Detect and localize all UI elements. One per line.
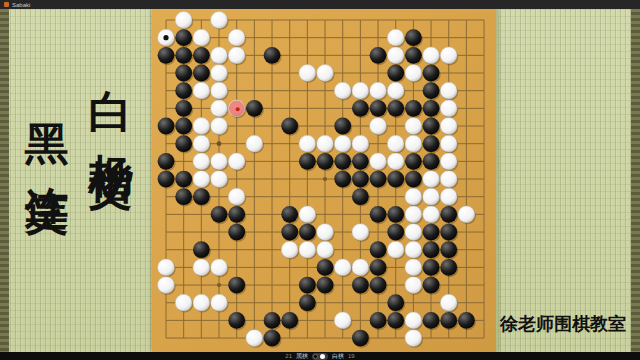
white-stone[interactable] (211, 171, 228, 188)
white-stone[interactable] (405, 224, 422, 241)
white-stone[interactable] (193, 259, 210, 276)
black-stone[interactable] (281, 118, 298, 135)
white-stone[interactable] (370, 82, 387, 99)
black-stone[interactable] (423, 153, 440, 170)
white-stone[interactable] (370, 153, 387, 170)
white-stone[interactable] (211, 118, 228, 135)
black-stone[interactable] (440, 224, 457, 241)
black-stone[interactable] (158, 118, 175, 135)
red-mark-dot (236, 107, 240, 111)
black-stone[interactable] (370, 47, 387, 64)
white-stone[interactable] (211, 82, 228, 99)
black-stone[interactable] (352, 153, 369, 170)
hoshi-point (323, 177, 327, 181)
black-capture-count: 21 (285, 353, 292, 359)
white-stone[interactable] (352, 135, 369, 152)
black-stone[interactable] (175, 65, 192, 82)
classroom-caption: 徐老师围棋教室 (500, 312, 632, 336)
black-stone[interactable] (299, 277, 316, 294)
white-stone[interactable] (387, 135, 404, 152)
white-stone[interactable] (193, 118, 210, 135)
white-stone[interactable] (317, 224, 334, 241)
white-player-banner: 白 杨楷文 (82, 55, 141, 136)
black-stone[interactable] (175, 47, 192, 64)
white-stone[interactable] (175, 12, 192, 29)
black-stone[interactable] (387, 100, 404, 117)
black-stone[interactable] (423, 82, 440, 99)
white-stone[interactable] (334, 312, 351, 329)
black-stone[interactable] (175, 100, 192, 117)
black-stone[interactable] (317, 259, 334, 276)
black-stone[interactable] (458, 312, 475, 329)
go-board-svg (152, 9, 498, 352)
white-stone[interactable] (246, 330, 263, 347)
white-stone-icon (320, 354, 325, 359)
white-stone[interactable] (387, 82, 404, 99)
black-stone[interactable] (299, 294, 316, 311)
black-stone[interactable] (246, 100, 263, 117)
black-stone[interactable] (281, 206, 298, 223)
white-stone[interactable] (387, 153, 404, 170)
black-stone[interactable] (405, 47, 422, 64)
white-stone[interactable] (405, 259, 422, 276)
annotation-dot (217, 141, 222, 146)
black-stone[interactable] (423, 312, 440, 329)
black-stone[interactable] (228, 206, 245, 223)
hoshi-point (217, 283, 221, 287)
white-stone[interactable] (228, 29, 245, 46)
black-stone[interactable] (317, 153, 334, 170)
white-stone[interactable] (193, 153, 210, 170)
white-stone[interactable] (193, 82, 210, 99)
white-stone[interactable] (352, 82, 369, 99)
white-stone[interactable] (440, 153, 457, 170)
black-stone[interactable] (228, 277, 245, 294)
black-stone[interactable] (211, 206, 228, 223)
white-stone[interactable] (334, 82, 351, 99)
black-stone[interactable] (352, 277, 369, 294)
black-stone[interactable] (370, 206, 387, 223)
black-stone[interactable] (423, 259, 440, 276)
black-stone[interactable] (228, 312, 245, 329)
black-label: 黑棋 (296, 353, 308, 359)
white-stone[interactable] (158, 259, 175, 276)
black-stone[interactable] (175, 118, 192, 135)
white-stone[interactable] (440, 82, 457, 99)
black-stone[interactable] (370, 171, 387, 188)
black-stone[interactable] (299, 153, 316, 170)
white-stone[interactable] (281, 241, 298, 258)
black-stone[interactable] (440, 259, 457, 276)
black-stone[interactable] (352, 330, 369, 347)
black-stone[interactable] (193, 241, 210, 258)
window-title: Sabaki (12, 2, 30, 8)
white-stone[interactable] (317, 65, 334, 82)
black-stone[interactable] (370, 277, 387, 294)
black-stone[interactable] (334, 171, 351, 188)
black-stone[interactable] (264, 47, 281, 64)
white-stone[interactable] (193, 29, 210, 46)
white-stone[interactable] (423, 188, 440, 205)
white-stone[interactable] (299, 241, 316, 258)
white-stone[interactable] (405, 65, 422, 82)
app-icon (4, 2, 9, 7)
white-stone[interactable] (405, 241, 422, 258)
white-stone[interactable] (458, 206, 475, 223)
black-stone[interactable] (281, 224, 298, 241)
black-stone[interactable] (264, 330, 281, 347)
white-stone[interactable] (228, 188, 245, 205)
go-board[interactable] (152, 9, 498, 352)
black-stone[interactable] (193, 65, 210, 82)
white-stone[interactable] (405, 118, 422, 135)
white-stone[interactable] (246, 135, 263, 152)
black-stone[interactable] (440, 312, 457, 329)
black-stone[interactable] (387, 65, 404, 82)
black-stone[interactable] (334, 153, 351, 170)
black-stone[interactable] (158, 47, 175, 64)
white-stone[interactable] (352, 224, 369, 241)
black-stone[interactable] (228, 224, 245, 241)
black-stone[interactable] (352, 188, 369, 205)
tatami-right-edge (631, 9, 640, 352)
black-stone[interactable] (352, 171, 369, 188)
black-stone[interactable] (423, 135, 440, 152)
white-stone[interactable] (352, 259, 369, 276)
black-stone[interactable] (193, 47, 210, 64)
black-stone[interactable] (175, 135, 192, 152)
tatami-left-edge (0, 9, 9, 352)
white-capture-count: 19 (348, 353, 355, 359)
white-stone[interactable] (405, 312, 422, 329)
white-stone[interactable] (299, 65, 316, 82)
white-stone[interactable] (334, 259, 351, 276)
white-stone[interactable] (440, 47, 457, 64)
white-stone[interactable] (370, 118, 387, 135)
white-stone[interactable] (440, 100, 457, 117)
black-stone[interactable] (405, 100, 422, 117)
white-stone[interactable] (423, 47, 440, 64)
black-stone[interactable] (387, 171, 404, 188)
black-stone[interactable] (423, 118, 440, 135)
black-stone-icon (313, 354, 318, 359)
black-stone[interactable] (423, 241, 440, 258)
white-stone[interactable] (405, 277, 422, 294)
white-stone[interactable] (405, 135, 422, 152)
white-stone[interactable] (440, 118, 457, 135)
white-stone[interactable] (440, 135, 457, 152)
black-stone[interactable] (193, 188, 210, 205)
black-stone[interactable] (405, 29, 422, 46)
black-stone[interactable] (175, 82, 192, 99)
black-stone[interactable] (440, 241, 457, 258)
black-stone[interactable] (158, 153, 175, 170)
white-stone[interactable] (211, 47, 228, 64)
black-stone[interactable] (423, 224, 440, 241)
black-stone[interactable] (281, 312, 298, 329)
white-stone[interactable] (211, 153, 228, 170)
white-stone[interactable] (405, 330, 422, 347)
white-stone[interactable] (228, 153, 245, 170)
white-stone[interactable] (158, 277, 175, 294)
black-stone[interactable] (334, 118, 351, 135)
white-stone[interactable] (317, 241, 334, 258)
white-stone[interactable] (175, 294, 192, 311)
white-stone[interactable] (405, 206, 422, 223)
turn-toggle[interactable] (312, 353, 328, 360)
white-stone[interactable] (387, 47, 404, 64)
white-label: 白棋 (332, 353, 344, 359)
white-stone[interactable] (440, 171, 457, 188)
black-stone[interactable] (175, 29, 192, 46)
white-stone[interactable] (211, 100, 228, 117)
white-stone[interactable] (211, 65, 228, 82)
white-stone[interactable] (193, 294, 210, 311)
last-move-dot (163, 35, 168, 40)
black-stone[interactable] (423, 100, 440, 117)
white-stone[interactable] (193, 135, 210, 152)
white-stone[interactable] (211, 12, 228, 29)
white-stone[interactable] (440, 188, 457, 205)
black-stone[interactable] (352, 100, 369, 117)
white-stone[interactable] (387, 29, 404, 46)
white-stone[interactable] (440, 294, 457, 311)
black-stone[interactable] (405, 153, 422, 170)
white-stone[interactable] (211, 294, 228, 311)
white-stone[interactable] (228, 47, 245, 64)
black-stone[interactable] (370, 312, 387, 329)
black-stone[interactable] (440, 206, 457, 223)
black-stone[interactable] (387, 312, 404, 329)
white-stone[interactable] (423, 206, 440, 223)
white-stone[interactable] (211, 259, 228, 276)
status-bar: 21 黑棋 白棋 19 (0, 352, 640, 360)
black-stone[interactable] (405, 171, 422, 188)
black-stone[interactable] (387, 206, 404, 223)
black-stone[interactable] (370, 241, 387, 258)
black-stone[interactable] (387, 294, 404, 311)
black-stone[interactable] (175, 171, 192, 188)
black-player-banner: 黑 连笑 (18, 88, 77, 163)
white-stone[interactable] (405, 188, 422, 205)
white-stone[interactable] (423, 171, 440, 188)
black-stone[interactable] (317, 277, 334, 294)
black-stone[interactable] (387, 224, 404, 241)
white-stone[interactable] (299, 206, 316, 223)
black-stone[interactable] (175, 188, 192, 205)
black-stone[interactable] (423, 65, 440, 82)
app-window: Sabaki 黑 连笑 白 杨楷文 徐老师围棋教室 21 黑棋 白棋 19 (0, 0, 640, 360)
title-bar: Sabaki (0, 0, 640, 9)
white-stone[interactable] (334, 135, 351, 152)
white-stone[interactable] (193, 171, 210, 188)
black-stone[interactable] (370, 100, 387, 117)
white-stone[interactable] (317, 135, 334, 152)
white-stone[interactable] (387, 241, 404, 258)
black-stone[interactable] (158, 171, 175, 188)
black-stone[interactable] (423, 277, 440, 294)
black-stone[interactable] (299, 224, 316, 241)
black-stone[interactable] (264, 312, 281, 329)
black-stone[interactable] (370, 259, 387, 276)
white-stone[interactable] (299, 135, 316, 152)
